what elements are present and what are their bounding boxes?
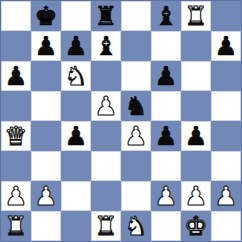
square-f3[interactable] [151,151,181,181]
piece-black-pawn: ♟ [64,121,87,151]
square-g3[interactable] [181,151,211,181]
square-c3[interactable] [61,151,91,181]
piece-white-knight: ♞ [124,211,147,241]
square-b4[interactable] [31,121,61,151]
piece-black-pawn: ♟ [184,121,207,151]
square-f7[interactable] [151,31,181,61]
square-a8[interactable] [1,1,31,31]
square-d7[interactable]: ♝ [91,31,121,61]
piece-black-knight: ♞ [124,91,147,121]
square-f6[interactable]: ♟ [151,61,181,91]
piece-white-king: ♚ [184,211,207,241]
square-e6[interactable] [121,61,151,91]
square-e3[interactable] [121,151,151,181]
piece-white-pawn: ♟ [34,181,57,211]
square-b6[interactable] [31,61,61,91]
square-b8[interactable]: ♚ [31,1,61,31]
square-c2[interactable] [61,181,91,211]
square-c4[interactable]: ♟ [61,121,91,151]
piece-black-pawn: ♟ [154,61,177,91]
square-d2[interactable] [91,181,121,211]
square-f2[interactable]: ♟ [151,181,181,211]
square-g1[interactable]: ♚ [181,211,211,241]
square-d3[interactable] [91,151,121,181]
square-a6[interactable]: ♟ [1,61,31,91]
square-d1[interactable]: ♜ [91,211,121,241]
piece-white-pawn: ♟ [94,91,117,121]
square-d4[interactable] [91,121,121,151]
square-h4[interactable] [211,121,241,151]
piece-black-pawn: ♟ [34,31,57,61]
square-f4[interactable]: ♟ [151,121,181,151]
piece-white-rook: ♜ [94,211,117,241]
square-c1[interactable] [61,211,91,241]
square-b7[interactable]: ♟ [31,31,61,61]
square-e2[interactable] [121,181,151,211]
square-g5[interactable] [181,91,211,121]
chess-board: ♚♜♝♜♟♟♝♟♟♞♟♟♞♛♟♟♟♟♟♟♟♟♟♜♜♞♚ [0,0,242,242]
piece-black-rook: ♜ [94,1,117,31]
piece-white-pawn: ♟ [214,181,237,211]
piece-white-queen: ♛ [4,121,27,151]
piece-white-rook: ♜ [184,1,207,31]
square-c5[interactable] [61,91,91,121]
square-a2[interactable]: ♟ [1,181,31,211]
square-a1[interactable]: ♜ [1,211,31,241]
piece-black-pawn: ♟ [4,61,27,91]
square-f1[interactable] [151,211,181,241]
square-a4[interactable]: ♛ [1,121,31,151]
square-d6[interactable] [91,61,121,91]
piece-black-bishop: ♝ [94,31,117,61]
square-b1[interactable] [31,211,61,241]
square-e8[interactable] [121,1,151,31]
square-a3[interactable] [1,151,31,181]
square-h7[interactable]: ♟ [211,31,241,61]
square-d8[interactable]: ♜ [91,1,121,31]
square-h5[interactable] [211,91,241,121]
square-b2[interactable]: ♟ [31,181,61,211]
square-b5[interactable] [31,91,61,121]
square-d5[interactable]: ♟ [91,91,121,121]
square-e5[interactable]: ♞ [121,91,151,121]
square-g4[interactable]: ♟ [181,121,211,151]
square-f5[interactable] [151,91,181,121]
square-b3[interactable] [31,151,61,181]
square-e7[interactable] [121,31,151,61]
piece-white-pawn: ♟ [4,181,27,211]
square-h6[interactable] [211,61,241,91]
square-e1[interactable]: ♞ [121,211,151,241]
square-f8[interactable]: ♝ [151,1,181,31]
square-c7[interactable]: ♟ [61,31,91,61]
piece-black-bishop: ♝ [154,1,177,31]
square-h2[interactable]: ♟ [211,181,241,211]
piece-white-pawn: ♟ [124,121,147,151]
piece-white-pawn: ♟ [184,181,207,211]
piece-white-rook: ♜ [4,211,27,241]
square-g6[interactable] [181,61,211,91]
piece-black-king: ♚ [34,1,57,31]
piece-black-pawn: ♟ [154,121,177,151]
square-h1[interactable] [211,211,241,241]
square-a7[interactable] [1,31,31,61]
square-g8[interactable]: ♜ [181,1,211,31]
piece-white-pawn: ♟ [154,181,177,211]
square-e4[interactable]: ♟ [121,121,151,151]
square-c6[interactable]: ♞ [61,61,91,91]
square-g7[interactable] [181,31,211,61]
square-a5[interactable] [1,91,31,121]
piece-black-pawn: ♟ [214,31,237,61]
square-h3[interactable] [211,151,241,181]
square-c8[interactable] [61,1,91,31]
piece-white-knight: ♞ [64,61,87,91]
square-h8[interactable] [211,1,241,31]
piece-black-pawn: ♟ [64,31,87,61]
square-g2[interactable]: ♟ [181,181,211,211]
